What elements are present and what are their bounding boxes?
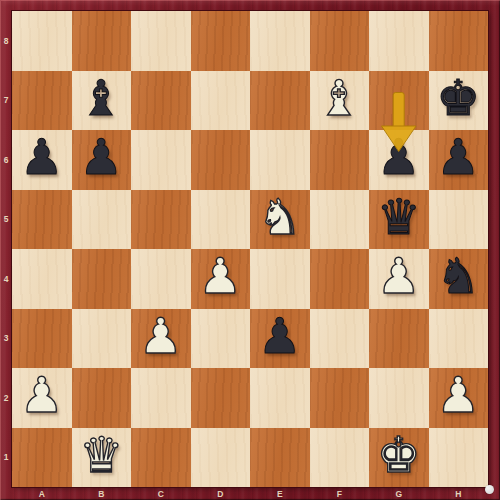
piece-black-knight-h4[interactable]: ♞ xyxy=(436,252,480,301)
square-h5[interactable] xyxy=(429,190,489,250)
square-b5[interactable] xyxy=(72,190,132,250)
chess-board-frame: 87654321 ABCDEFGH ♝♝♚♟♟♟♟♞♛♟♟♞♟♟♟♟♛♚ xyxy=(0,0,500,500)
file-label-b: B xyxy=(72,487,132,500)
square-g7[interactable] xyxy=(369,71,429,131)
square-a5[interactable] xyxy=(12,190,72,250)
piece-black-bishop-b7[interactable]: ♝ xyxy=(79,74,123,123)
square-a3[interactable] xyxy=(12,309,72,369)
square-e1[interactable] xyxy=(250,428,310,488)
square-h1[interactable] xyxy=(429,428,489,488)
square-h2[interactable]: ♟ xyxy=(429,368,489,428)
square-g3[interactable] xyxy=(369,309,429,369)
square-c7[interactable] xyxy=(131,71,191,131)
square-c8[interactable] xyxy=(131,11,191,71)
square-e5[interactable]: ♞ xyxy=(250,190,310,250)
square-b4[interactable] xyxy=(72,249,132,309)
square-b2[interactable] xyxy=(72,368,132,428)
piece-white-knight-e5[interactable]: ♞ xyxy=(258,193,302,242)
square-b8[interactable] xyxy=(72,11,132,71)
square-f6[interactable] xyxy=(310,130,370,190)
square-d6[interactable] xyxy=(191,130,251,190)
piece-black-pawn-b6[interactable]: ♟ xyxy=(79,133,123,182)
piece-white-bishop-f7[interactable]: ♝ xyxy=(317,74,361,123)
square-b6[interactable]: ♟ xyxy=(72,130,132,190)
square-f1[interactable] xyxy=(310,428,370,488)
square-c1[interactable] xyxy=(131,428,191,488)
file-label-c: C xyxy=(131,487,191,500)
rank-label-1: 1 xyxy=(0,428,12,488)
square-b3[interactable] xyxy=(72,309,132,369)
square-d5[interactable] xyxy=(191,190,251,250)
piece-white-queen-b1[interactable]: ♛ xyxy=(79,431,123,480)
square-f3[interactable] xyxy=(310,309,370,369)
piece-white-pawn-a2[interactable]: ♟ xyxy=(20,371,64,420)
square-c2[interactable] xyxy=(131,368,191,428)
rank-label-6: 6 xyxy=(0,130,12,190)
square-a7[interactable] xyxy=(12,71,72,131)
piece-black-pawn-a6[interactable]: ♟ xyxy=(20,133,64,182)
square-a4[interactable] xyxy=(12,249,72,309)
rank-label-7: 7 xyxy=(0,71,12,131)
square-e8[interactable] xyxy=(250,11,310,71)
square-d8[interactable] xyxy=(191,11,251,71)
square-c4[interactable] xyxy=(131,249,191,309)
square-d7[interactable] xyxy=(191,71,251,131)
rank-label-3: 3 xyxy=(0,309,12,369)
square-b7[interactable]: ♝ xyxy=(72,71,132,131)
file-label-d: D xyxy=(191,487,251,500)
square-f2[interactable] xyxy=(310,368,370,428)
square-e4[interactable] xyxy=(250,249,310,309)
square-h3[interactable] xyxy=(429,309,489,369)
square-d3[interactable] xyxy=(191,309,251,369)
piece-black-pawn-g6[interactable]: ♟ xyxy=(377,133,421,182)
square-d4[interactable]: ♟ xyxy=(191,249,251,309)
square-a1[interactable] xyxy=(12,428,72,488)
square-h4[interactable]: ♞ xyxy=(429,249,489,309)
square-g6[interactable]: ♟ xyxy=(369,130,429,190)
square-d1[interactable] xyxy=(191,428,251,488)
file-labels: ABCDEFGH xyxy=(12,487,488,500)
square-h7[interactable]: ♚ xyxy=(429,71,489,131)
square-b1[interactable]: ♛ xyxy=(72,428,132,488)
piece-white-pawn-c3[interactable]: ♟ xyxy=(139,312,183,361)
square-e6[interactable] xyxy=(250,130,310,190)
chess-board: ♝♝♚♟♟♟♟♞♛♟♟♞♟♟♟♟♛♚ xyxy=(12,11,488,487)
rank-label-4: 4 xyxy=(0,249,12,309)
square-f8[interactable] xyxy=(310,11,370,71)
white-to-move-indicator xyxy=(485,485,494,494)
rank-label-5: 5 xyxy=(0,190,12,250)
square-c5[interactable] xyxy=(131,190,191,250)
rank-label-8: 8 xyxy=(0,11,12,71)
piece-white-pawn-h2[interactable]: ♟ xyxy=(436,371,480,420)
square-e2[interactable] xyxy=(250,368,310,428)
square-f5[interactable] xyxy=(310,190,370,250)
square-a8[interactable] xyxy=(12,11,72,71)
piece-white-pawn-d4[interactable]: ♟ xyxy=(198,252,242,301)
piece-black-pawn-h6[interactable]: ♟ xyxy=(436,133,480,182)
square-e7[interactable] xyxy=(250,71,310,131)
square-g4[interactable]: ♟ xyxy=(369,249,429,309)
file-label-e: E xyxy=(250,487,310,500)
square-c6[interactable] xyxy=(131,130,191,190)
file-label-g: G xyxy=(369,487,429,500)
square-f7[interactable]: ♝ xyxy=(310,71,370,131)
square-e3[interactable]: ♟ xyxy=(250,309,310,369)
piece-black-pawn-e3[interactable]: ♟ xyxy=(258,312,302,361)
piece-white-king-g1[interactable]: ♚ xyxy=(377,431,421,480)
square-h8[interactable] xyxy=(429,11,489,71)
square-g8[interactable] xyxy=(369,11,429,71)
square-a2[interactable]: ♟ xyxy=(12,368,72,428)
square-d2[interactable] xyxy=(191,368,251,428)
square-f4[interactable] xyxy=(310,249,370,309)
piece-black-king-h7[interactable]: ♚ xyxy=(436,74,480,123)
piece-black-queen-g5[interactable]: ♛ xyxy=(377,193,421,242)
piece-white-pawn-g4[interactable]: ♟ xyxy=(377,252,421,301)
square-g5[interactable]: ♛ xyxy=(369,190,429,250)
file-label-f: F xyxy=(310,487,370,500)
square-h6[interactable]: ♟ xyxy=(429,130,489,190)
file-label-a: A xyxy=(12,487,72,500)
rank-label-2: 2 xyxy=(0,368,12,428)
rank-labels: 87654321 xyxy=(0,11,12,487)
square-a6[interactable]: ♟ xyxy=(12,130,72,190)
square-g2[interactable] xyxy=(369,368,429,428)
file-label-h: H xyxy=(429,487,489,500)
square-g1[interactable]: ♚ xyxy=(369,428,429,488)
square-c3[interactable]: ♟ xyxy=(131,309,191,369)
